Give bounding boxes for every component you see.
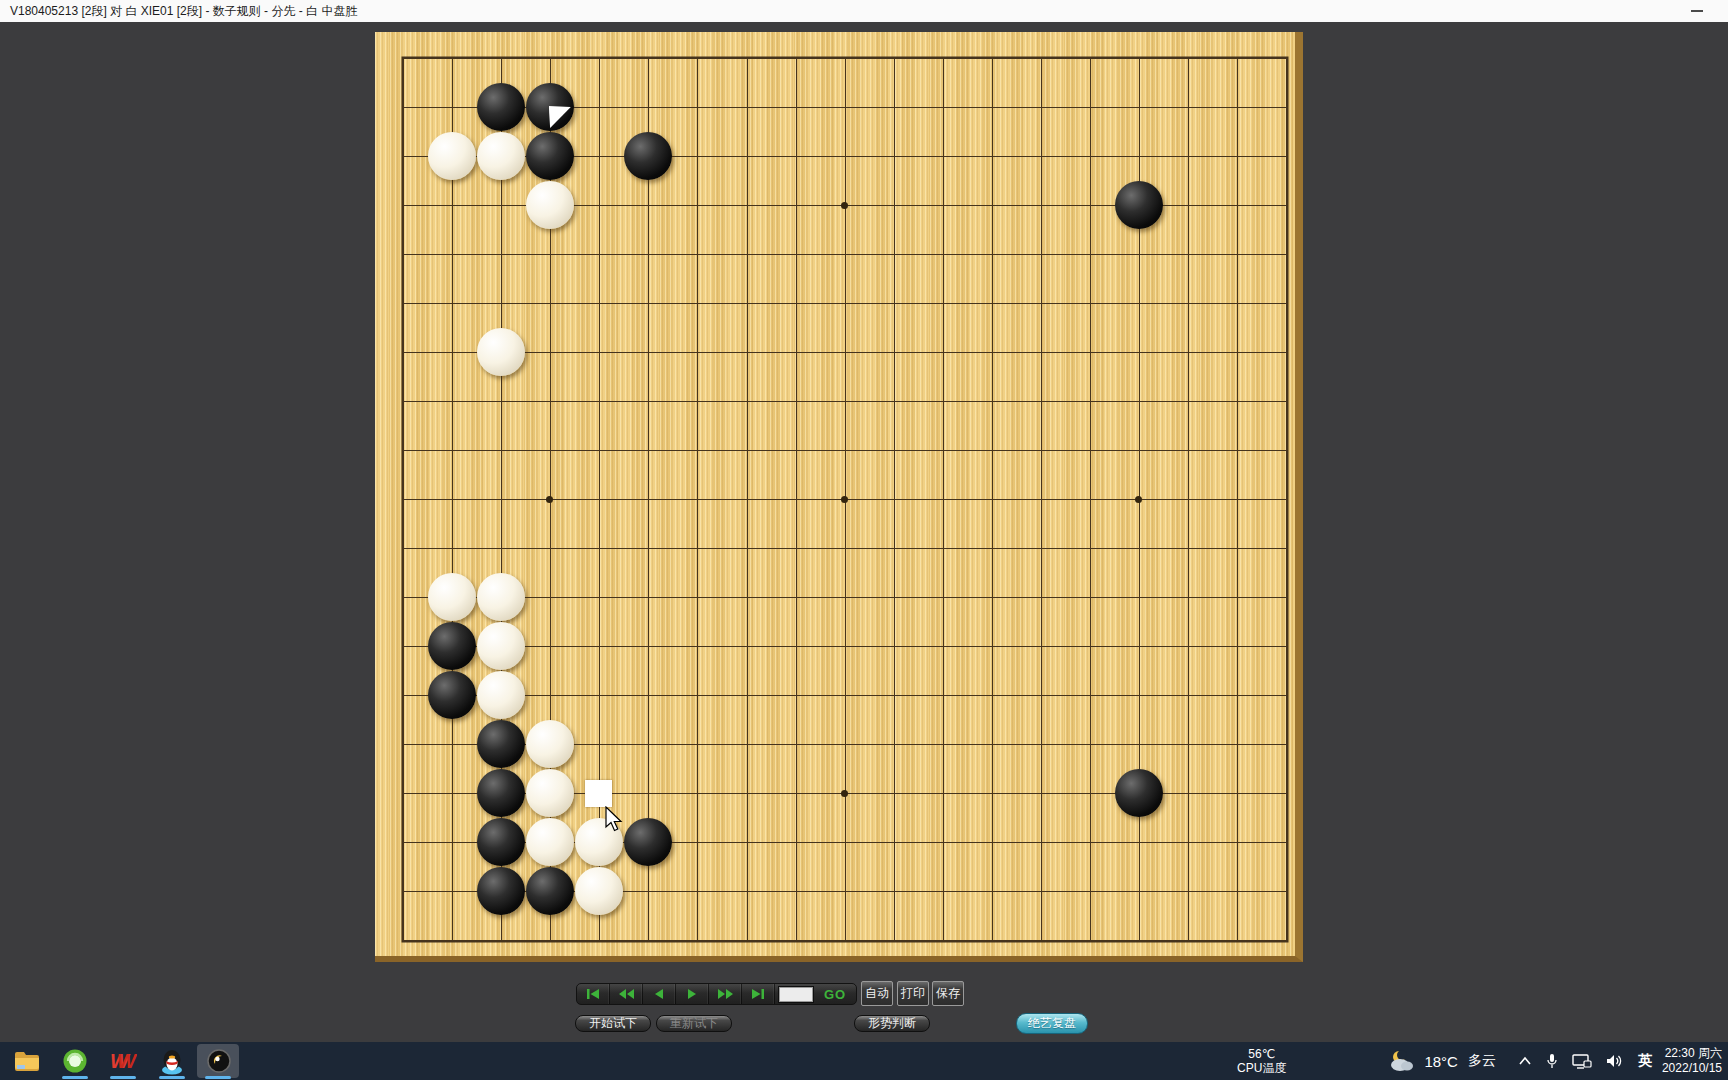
star-point <box>841 790 848 797</box>
mouse-cursor <box>604 806 624 834</box>
stone-black <box>477 867 525 915</box>
star-point <box>1135 496 1142 503</box>
browser-360-icon <box>62 1048 88 1074</box>
nav-last-button[interactable] <box>742 984 775 1004</box>
stone-black <box>428 671 476 719</box>
stone-white <box>477 622 525 670</box>
stone-white <box>477 671 525 719</box>
system-tray: 56℃ CPU温度 18°C 多云 <box>1237 1042 1728 1080</box>
go-app-icon <box>206 1048 232 1074</box>
nav-first-button[interactable] <box>577 984 610 1004</box>
stone-white <box>526 720 574 768</box>
start-trial-button[interactable]: 开始试下 <box>575 1015 651 1032</box>
running-indicator <box>205 1076 231 1079</box>
stone-white <box>526 818 574 866</box>
stone-black <box>477 769 525 817</box>
stone-black <box>1115 181 1163 229</box>
desktop: V180405213 [2段] 对 白 XIE01 [2段] - 数子规则 - … <box>0 0 1728 1080</box>
weather-temp[interactable]: 18°C <box>1424 1053 1458 1070</box>
fast-back-icon <box>618 988 635 1000</box>
cpu-temp-label: CPU温度 <box>1237 1061 1286 1075</box>
back-icon <box>653 988 665 1000</box>
cpu-temp-widget[interactable]: 56℃ CPU温度 <box>1237 1047 1286 1075</box>
stone-black <box>526 83 574 131</box>
clock-date: 2022/10/15 <box>1662 1061 1722 1076</box>
stone-white <box>575 867 623 915</box>
star-point <box>546 496 553 503</box>
network-icon[interactable] <box>1572 1053 1592 1069</box>
stone-black <box>428 622 476 670</box>
window-title: V180405213 [2段] 对 白 XIE01 [2段] - 数子规则 - … <box>0 3 357 20</box>
stone-white <box>428 573 476 621</box>
go-button[interactable]: GO <box>817 984 853 1004</box>
clock-time: 22:30 周六 <box>1662 1046 1722 1061</box>
microphone-icon[interactable] <box>1546 1053 1558 1069</box>
last-move-icon <box>750 988 766 1000</box>
hidden-icons-chevron-icon[interactable] <box>1518 1056 1532 1066</box>
first-move-icon <box>585 988 601 1000</box>
taskbar-wps-office[interactable]: W W <box>108 1047 138 1075</box>
running-indicator <box>62 1076 88 1079</box>
svg-text:W: W <box>117 1050 137 1072</box>
stone-white <box>477 573 525 621</box>
fast-forward-icon <box>717 988 734 1000</box>
taskbar-qq[interactable] <box>157 1047 187 1075</box>
fineart-review-button[interactable]: 绝艺复盘 <box>1016 1013 1088 1034</box>
move-number-input[interactable] <box>778 986 814 1003</box>
stone-black <box>624 132 672 180</box>
wps-icon: W W <box>109 1049 137 1073</box>
running-indicator <box>110 1076 136 1079</box>
window-titlebar: V180405213 [2段] 对 白 XIE01 [2段] - 数子规则 - … <box>0 0 1728 22</box>
weather-desc[interactable]: 多云 <box>1468 1052 1496 1070</box>
auto-button[interactable]: 自动 <box>861 981 893 1006</box>
position-judge-button[interactable]: 形势判断 <box>854 1015 930 1032</box>
stone-black <box>477 720 525 768</box>
nav-fast-forward-button[interactable] <box>709 984 742 1004</box>
stone-black <box>526 132 574 180</box>
minimize-button[interactable] <box>1684 0 1710 22</box>
stone-white <box>526 181 574 229</box>
taskbar-clock[interactable]: 22:30 周六 2022/10/15 <box>1662 1046 1728 1076</box>
stone-black <box>477 818 525 866</box>
save-button[interactable]: 保存 <box>932 981 964 1006</box>
input-language-indicator[interactable]: 英 <box>1638 1052 1652 1070</box>
nav-forward-button[interactable] <box>676 984 709 1004</box>
stone-black <box>477 83 525 131</box>
cpu-temp-value: 56℃ <box>1237 1047 1286 1061</box>
stone-white <box>428 132 476 180</box>
stone-white <box>526 769 574 817</box>
retry-trial-button-disabled: 重新试下 <box>656 1015 732 1032</box>
running-indicator <box>159 1076 185 1079</box>
stone-black <box>624 818 672 866</box>
taskbar-browser-360[interactable] <box>60 1047 90 1075</box>
weather-icon <box>1386 1049 1416 1073</box>
go-board[interactable] <box>375 32 1303 962</box>
star-point <box>841 202 848 209</box>
stone-black <box>526 867 574 915</box>
taskbar-file-explorer[interactable] <box>12 1047 42 1075</box>
nav-back-button[interactable] <box>643 984 676 1004</box>
forward-icon <box>686 988 698 1000</box>
print-button[interactable]: 打印 <box>897 981 929 1006</box>
qq-penguin-icon <box>159 1048 185 1075</box>
folder-icon <box>14 1050 40 1072</box>
nav-fast-back-button[interactable] <box>610 984 643 1004</box>
speaker-icon[interactable] <box>1606 1053 1624 1069</box>
stone-white <box>477 328 525 376</box>
stone-black <box>1115 769 1163 817</box>
replay-toolbar: GO <box>576 983 857 1005</box>
stone-layer <box>378 34 1310 965</box>
square-marker <box>585 780 612 807</box>
taskbar-go-app-active[interactable] <box>204 1047 234 1075</box>
star-point <box>841 496 848 503</box>
last-move-triangle-marker <box>549 106 571 128</box>
minimize-icon <box>1691 10 1703 12</box>
stone-white <box>477 132 525 180</box>
